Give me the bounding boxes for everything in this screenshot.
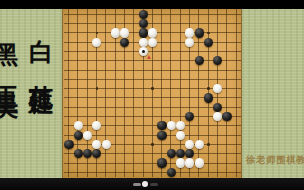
white-stone xyxy=(176,131,185,140)
white-stone xyxy=(176,121,185,130)
scrubber-track-left[interactable] xyxy=(133,183,141,186)
white-player-name: 范廷钰 xyxy=(28,65,55,77)
black-stone xyxy=(167,149,176,158)
white-stone xyxy=(148,38,157,47)
black-stone xyxy=(195,28,204,37)
board-grid[interactable] xyxy=(64,0,241,177)
black-stone xyxy=(213,103,222,112)
white-stone xyxy=(185,38,194,47)
black-stone xyxy=(204,38,213,47)
black-stone xyxy=(92,149,101,158)
star-point xyxy=(96,32,99,35)
white-stone xyxy=(92,121,101,130)
black-stone xyxy=(185,149,194,158)
black-stone xyxy=(74,131,83,140)
white-label: 白 xyxy=(28,21,55,25)
last-move-dot xyxy=(142,50,145,53)
star-point xyxy=(207,143,210,146)
black-stone xyxy=(64,140,73,149)
white-stone xyxy=(185,158,194,167)
black-stone xyxy=(157,121,166,130)
white-stone xyxy=(185,140,194,149)
black-stone xyxy=(139,10,148,19)
scrubber-knob[interactable] xyxy=(142,181,148,187)
top-letterbox-bar xyxy=(0,0,304,9)
white-stone xyxy=(213,112,222,121)
white-stone xyxy=(185,28,194,37)
white-stone xyxy=(92,140,101,149)
video-frame: 黑 王星昊 白 范廷钰 徐老师围棋教室 xyxy=(0,0,304,190)
white-stone xyxy=(120,28,129,37)
white-stone xyxy=(176,158,185,167)
white-stone xyxy=(111,28,120,37)
white-player-column: 白 范廷钰 xyxy=(29,21,53,77)
black-stone xyxy=(185,112,194,121)
star-point xyxy=(207,87,210,90)
white-stone xyxy=(83,131,92,140)
black-stone xyxy=(204,93,213,102)
black-stone xyxy=(195,56,204,65)
white-stone xyxy=(167,121,176,130)
right-tatami-panel xyxy=(242,9,304,179)
black-stone xyxy=(176,149,185,158)
black-stone xyxy=(213,56,222,65)
white-stone xyxy=(148,28,157,37)
black-stone xyxy=(139,28,148,37)
black-label: 黑 xyxy=(0,24,20,28)
white-stone xyxy=(74,121,83,130)
star-point xyxy=(96,87,99,90)
white-stone xyxy=(195,158,204,167)
channel-watermark: 徐老师围棋教室 xyxy=(246,154,304,167)
white-stone xyxy=(139,38,148,47)
red-triangle-marker xyxy=(147,55,151,59)
black-stone xyxy=(157,158,166,167)
black-stone xyxy=(74,149,83,158)
black-stone xyxy=(120,38,129,47)
white-stone xyxy=(92,38,101,47)
black-stone xyxy=(157,131,166,140)
star-point xyxy=(207,32,210,35)
white-stone xyxy=(195,140,204,149)
white-stone xyxy=(213,84,222,93)
black-stone xyxy=(83,149,92,158)
scrubber-track-right[interactable] xyxy=(150,183,158,186)
white-stone xyxy=(102,140,111,149)
star-point xyxy=(151,87,154,90)
black-player-name: 王星昊 xyxy=(0,68,20,80)
black-stone xyxy=(139,19,148,28)
black-player-column: 黑 王星昊 xyxy=(0,24,18,80)
star-point xyxy=(151,143,154,146)
black-stone xyxy=(167,168,176,177)
black-stone xyxy=(222,112,231,121)
